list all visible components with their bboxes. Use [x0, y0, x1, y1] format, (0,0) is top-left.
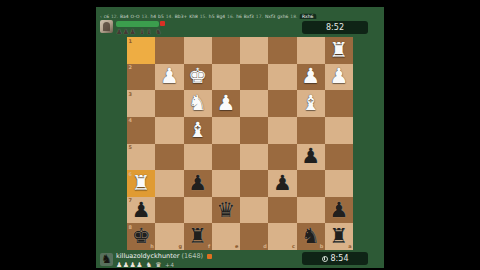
- captured-pieces-bottom: ♟♟♟♟ ♞ ♛+4: [116, 261, 174, 269]
- rank-label-7: 7: [129, 198, 132, 203]
- white-pawn: ♟: [160, 66, 179, 87]
- censored-username-bar: [116, 21, 159, 27]
- file-label-f: f: [208, 244, 210, 249]
- move-token[interactable]: 18.: [290, 14, 297, 19]
- square-g3[interactable]: [155, 90, 183, 117]
- move-token[interactable]: 17.: [256, 14, 263, 19]
- white-pawn: ♟: [329, 66, 348, 87]
- square-d7[interactable]: [240, 197, 268, 224]
- rank-label-4: 4: [129, 118, 132, 123]
- move-token[interactable]: Bg4: [216, 14, 225, 19]
- captured-glyphs: ♟♟♟♟ ♞ ♛: [116, 261, 162, 269]
- move-token[interactable]: 16.: [227, 14, 234, 19]
- bottom-player-name[interactable]: killuazoldyckhunter (1648): [116, 252, 212, 260]
- square-b8[interactable]: b♞: [297, 223, 325, 250]
- square-c5[interactable]: [268, 144, 296, 171]
- square-f1[interactable]: [184, 37, 212, 64]
- black-rook: ♜: [188, 226, 207, 247]
- white-pawn: ♟: [216, 93, 235, 114]
- file-label-d: d: [263, 244, 267, 249]
- square-a4[interactable]: [325, 117, 353, 144]
- file-label-c: c: [292, 244, 295, 249]
- square-h2[interactable]: 2: [127, 64, 155, 91]
- white-bishop: ♝: [301, 93, 320, 114]
- move-token[interactable]: Bb3+: [175, 14, 188, 19]
- move-token[interactable]: O-O: [131, 14, 140, 19]
- square-f2[interactable]: ♚: [184, 64, 212, 91]
- rank-label-1: 1: [129, 39, 132, 44]
- chess-board[interactable]: 1♜2♟♚♟♟3♞♟♝4♝5♟6♜♟♟7♟♛♟8h♚gf♜edcb♞a♜: [127, 37, 353, 250]
- move-token[interactable]: c6: [104, 14, 109, 19]
- square-h4[interactable]: 4: [127, 117, 155, 144]
- square-b1[interactable]: [297, 37, 325, 64]
- square-e2[interactable]: [212, 64, 240, 91]
- square-d6[interactable]: [240, 170, 268, 197]
- square-d1[interactable]: [240, 37, 268, 64]
- rank-label-8: 8: [129, 225, 132, 230]
- move-token[interactable]: b5: [158, 14, 164, 19]
- black-knight: ♞: [301, 226, 320, 247]
- square-h8[interactable]: 8h♚: [127, 223, 155, 250]
- move-token[interactable]: h4: [150, 14, 156, 19]
- square-h1[interactable]: 1: [127, 37, 155, 64]
- move-token[interactable]: h5: [209, 14, 215, 19]
- file-label-h: h: [150, 244, 154, 249]
- square-h3[interactable]: 3: [127, 90, 155, 117]
- square-d3[interactable]: [240, 90, 268, 117]
- square-c1[interactable]: [268, 37, 296, 64]
- square-b4[interactable]: [297, 117, 325, 144]
- square-e6[interactable]: [212, 170, 240, 197]
- square-d8[interactable]: d: [240, 223, 268, 250]
- square-f8[interactable]: f♜: [184, 223, 212, 250]
- move-token[interactable]: Ba4: [120, 14, 129, 19]
- square-g2[interactable]: ♟: [155, 64, 183, 91]
- square-b3[interactable]: ♝: [297, 90, 325, 117]
- black-queen: ♛: [216, 200, 235, 221]
- square-a6[interactable]: [325, 170, 353, 197]
- square-g1[interactable]: [155, 37, 183, 64]
- square-g5[interactable]: [155, 144, 183, 171]
- avatar-top-player[interactable]: [100, 20, 113, 33]
- black-rook: ♜: [329, 226, 348, 247]
- clock-top: 8:52: [302, 21, 368, 34]
- video-content-area: ‹ c612.Ba4O-O13.h4b514.Bb3+Kh815.h5Bg416…: [96, 7, 384, 268]
- square-c4[interactable]: [268, 117, 296, 144]
- square-e7[interactable]: ♛: [212, 197, 240, 224]
- move-list-bar: ‹ c612.Ba4O-O13.h4b514.Bb3+Kh815.h5Bg416…: [100, 9, 381, 19]
- square-f3[interactable]: ♞: [184, 90, 212, 117]
- square-h5[interactable]: 5: [127, 144, 155, 171]
- back-arrow-icon[interactable]: ‹: [100, 14, 102, 19]
- black-pawn: ♟: [188, 173, 207, 194]
- move-token[interactable]: 13.: [141, 14, 148, 19]
- square-e5[interactable]: [212, 144, 240, 171]
- file-label-b: b: [320, 244, 324, 249]
- clock-top-time: 8:52: [326, 23, 344, 32]
- square-c6[interactable]: ♟: [268, 170, 296, 197]
- square-f4[interactable]: ♝: [184, 117, 212, 144]
- file-label-g: g: [178, 244, 182, 249]
- square-b7[interactable]: [297, 197, 325, 224]
- square-g8[interactable]: g: [155, 223, 183, 250]
- square-d4[interactable]: [240, 117, 268, 144]
- square-a5[interactable]: [325, 144, 353, 171]
- move-token[interactable]: Kh8: [189, 14, 198, 19]
- white-knight: ♞: [188, 93, 207, 114]
- current-move[interactable]: Rxh6: [299, 14, 316, 19]
- square-f6[interactable]: ♟: [184, 170, 212, 197]
- square-c8[interactable]: c: [268, 223, 296, 250]
- video-frame: { "game": "chess", "move_bar": { "back_i…: [0, 0, 480, 270]
- knight-avatar-icon: ♞: [101, 253, 112, 266]
- avatar-bottom-player[interactable]: ♞: [100, 253, 113, 266]
- square-a2[interactable]: ♟: [325, 64, 353, 91]
- rating: (1648): [181, 252, 203, 260]
- move-token[interactable]: 12.: [111, 14, 118, 19]
- square-b5[interactable]: ♟: [297, 144, 325, 171]
- square-a8[interactable]: a♜: [325, 223, 353, 250]
- move-token[interactable]: gxh6: [277, 14, 288, 19]
- square-g7[interactable]: [155, 197, 183, 224]
- white-bishop: ♝: [188, 120, 207, 141]
- white-king: ♚: [188, 66, 207, 87]
- square-f5[interactable]: [184, 144, 212, 171]
- move-token[interactable]: Nxf3: [265, 14, 275, 19]
- rank-label-2: 2: [129, 65, 132, 70]
- file-label-e: e: [235, 244, 238, 249]
- material-advantage: +4: [165, 261, 174, 268]
- square-e1[interactable]: [212, 37, 240, 64]
- black-pawn: ♟: [273, 173, 292, 194]
- square-e3[interactable]: ♟: [212, 90, 240, 117]
- move-token[interactable]: Bxf3: [244, 14, 254, 19]
- active-clock-icon: [322, 256, 328, 262]
- rank-label-5: 5: [129, 145, 132, 150]
- square-e8[interactable]: e: [212, 223, 240, 250]
- square-c7[interactable]: [268, 197, 296, 224]
- move-token[interactable]: h6: [236, 14, 242, 19]
- square-g6[interactable]: [155, 170, 183, 197]
- white-rook: ♜: [329, 40, 348, 61]
- square-d5[interactable]: [240, 144, 268, 171]
- square-b6[interactable]: [297, 170, 325, 197]
- rank-label-3: 3: [129, 92, 132, 97]
- clock-bottom-time: 8:54: [331, 254, 349, 263]
- white-rook: ♜: [132, 173, 151, 194]
- captured-pieces-top: ♟♟♟ ♝♝ ♞: [116, 29, 162, 36]
- clock-bottom: 8:54: [302, 252, 368, 265]
- move-list: ‹ c612.Ba4O-O13.h4b514.Bb3+Kh815.h5Bg416…: [100, 12, 280, 19]
- square-e4[interactable]: [212, 117, 240, 144]
- move-token[interactable]: 14.: [166, 14, 173, 19]
- square-f7[interactable]: [184, 197, 212, 224]
- white-pawn: ♟: [301, 66, 320, 87]
- black-pawn: ♟: [132, 200, 151, 221]
- rank-label-6: 6: [129, 172, 132, 177]
- square-g4[interactable]: [155, 117, 183, 144]
- square-b2[interactable]: ♟: [297, 64, 325, 91]
- black-pawn: ♟: [329, 200, 348, 221]
- square-h6[interactable]: 6♜: [127, 170, 155, 197]
- square-c2[interactable]: [268, 64, 296, 91]
- square-a7[interactable]: ♟: [325, 197, 353, 224]
- black-pawn: ♟: [301, 146, 320, 167]
- square-d2[interactable]: [240, 64, 268, 91]
- square-c3[interactable]: [268, 90, 296, 117]
- top-player-badge-icon: [160, 21, 165, 26]
- file-label-a: a: [348, 244, 351, 249]
- flag-badge-icon: [207, 254, 212, 259]
- square-a3[interactable]: [325, 90, 353, 117]
- black-king: ♚: [132, 226, 151, 247]
- square-h7[interactable]: 7♟: [127, 197, 155, 224]
- username: killuazoldyckhunter: [116, 252, 179, 260]
- square-a1[interactable]: ♜: [325, 37, 353, 64]
- move-token[interactable]: 15.: [200, 14, 207, 19]
